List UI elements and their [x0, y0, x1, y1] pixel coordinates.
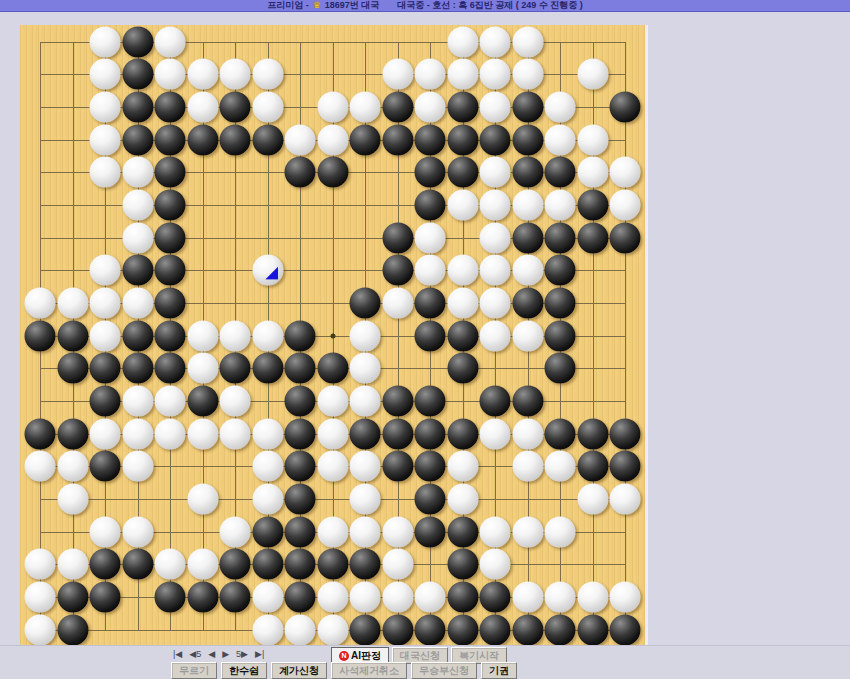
black-stone	[382, 614, 413, 645]
black-stone	[155, 157, 186, 188]
black-stone	[155, 124, 186, 155]
black-stone	[480, 124, 511, 155]
button-label: 계가신청	[279, 664, 319, 678]
black-stone	[512, 91, 543, 122]
white-stone	[512, 59, 543, 90]
white-stone	[317, 451, 348, 482]
white-stone	[480, 222, 511, 253]
white-stone	[545, 451, 576, 482]
white-stone	[317, 614, 348, 645]
white-stone	[545, 124, 576, 155]
white-stone	[610, 581, 641, 612]
black-stone	[545, 157, 576, 188]
white-stone	[447, 287, 478, 318]
black-stone	[415, 189, 446, 220]
black-stone	[610, 418, 641, 449]
white-stone	[382, 581, 413, 612]
black-stone	[350, 614, 381, 645]
white-stone	[610, 483, 641, 514]
black-stone	[382, 451, 413, 482]
black-stone	[155, 320, 186, 351]
black-stone	[285, 516, 316, 547]
white-stone	[480, 549, 511, 580]
black-stone	[512, 157, 543, 188]
black-stone	[447, 91, 478, 122]
white-stone	[317, 418, 348, 449]
white-stone	[480, 516, 511, 547]
white-stone	[25, 614, 56, 645]
white-stone	[382, 287, 413, 318]
black-stone	[415, 516, 446, 547]
white-stone	[415, 59, 446, 90]
black-stone	[415, 483, 446, 514]
white-stone	[545, 189, 576, 220]
white-stone	[90, 287, 121, 318]
white-stone	[577, 59, 608, 90]
black-stone	[447, 353, 478, 384]
nav-first[interactable]: |◀	[173, 649, 182, 659]
button-label: AI판정	[351, 649, 381, 663]
black-stone	[480, 581, 511, 612]
white-stone	[512, 189, 543, 220]
black-stone	[382, 124, 413, 155]
black-stone	[317, 549, 348, 580]
white-stone	[480, 157, 511, 188]
button-label: 한수쉼	[229, 664, 259, 678]
white-stone	[350, 353, 381, 384]
black-stone	[252, 353, 283, 384]
white-stone	[350, 385, 381, 416]
white-stone	[25, 451, 56, 482]
white-stone	[252, 91, 283, 122]
black-stone	[90, 581, 121, 612]
star-point	[330, 333, 335, 338]
white-stone	[155, 549, 186, 580]
white-stone	[577, 581, 608, 612]
black-stone	[122, 26, 153, 57]
black-stone	[285, 549, 316, 580]
white-stone	[415, 581, 446, 612]
white-stone	[122, 516, 153, 547]
white-stone	[25, 549, 56, 580]
white-stone	[610, 157, 641, 188]
black-stone	[447, 549, 478, 580]
black-stone	[512, 222, 543, 253]
white-stone	[350, 91, 381, 122]
black-stone	[545, 614, 576, 645]
white-stone	[187, 91, 218, 122]
btn-resign[interactable]: 기권	[481, 662, 517, 679]
black-stone	[57, 581, 88, 612]
go-board[interactable]	[20, 25, 648, 649]
black-stone	[512, 287, 543, 318]
black-stone	[415, 614, 446, 645]
black-stone	[155, 222, 186, 253]
nav-forward-5[interactable]: 5▶	[236, 649, 248, 659]
white-stone	[415, 222, 446, 253]
white-stone	[350, 516, 381, 547]
white-stone	[317, 516, 348, 547]
button-row-bottom: 무르기한수쉼계가신청사석제거취소무승부신청기권	[171, 662, 517, 679]
white-stone	[90, 320, 121, 351]
white-stone	[577, 124, 608, 155]
white-stone	[187, 353, 218, 384]
black-stone	[155, 287, 186, 318]
black-stone	[610, 451, 641, 482]
black-stone	[155, 353, 186, 384]
black-stone	[577, 189, 608, 220]
white-stone	[512, 451, 543, 482]
white-stone	[512, 26, 543, 57]
white-stone	[252, 581, 283, 612]
black-stone	[415, 451, 446, 482]
black-stone	[350, 287, 381, 318]
new-badge-icon: N	[339, 651, 349, 661]
black-stone	[350, 418, 381, 449]
white-stone	[545, 91, 576, 122]
black-stone	[447, 516, 478, 547]
white-stone	[512, 418, 543, 449]
black-stone	[350, 124, 381, 155]
white-stone	[545, 516, 576, 547]
black-stone	[610, 614, 641, 645]
black-stone	[447, 418, 478, 449]
black-stone	[252, 516, 283, 547]
white-stone	[252, 418, 283, 449]
black-stone	[285, 320, 316, 351]
black-stone	[545, 222, 576, 253]
black-stone	[122, 255, 153, 286]
white-stone	[350, 451, 381, 482]
move-navigation: |◀◀5◀▶5▶▶|	[173, 649, 264, 659]
white-stone	[252, 451, 283, 482]
white-stone	[480, 320, 511, 351]
black-stone	[512, 385, 543, 416]
black-stone	[447, 320, 478, 351]
white-stone	[57, 451, 88, 482]
white-stone	[90, 157, 121, 188]
black-stone	[545, 418, 576, 449]
white-stone	[577, 483, 608, 514]
white-stone	[90, 516, 121, 547]
black-stone	[25, 418, 56, 449]
white-stone	[577, 157, 608, 188]
white-stone	[317, 385, 348, 416]
white-stone	[187, 483, 218, 514]
black-stone	[285, 353, 316, 384]
white-stone	[480, 59, 511, 90]
white-stone	[122, 287, 153, 318]
white-stone	[25, 581, 56, 612]
white-stone	[90, 26, 121, 57]
white-stone	[90, 59, 121, 90]
button-label: 복기시작	[459, 649, 499, 663]
black-stone	[25, 320, 56, 351]
black-stone	[317, 353, 348, 384]
white-stone	[285, 614, 316, 645]
white-stone	[155, 26, 186, 57]
white-stone	[447, 451, 478, 482]
white-stone	[57, 549, 88, 580]
black-stone	[90, 549, 121, 580]
white-stone	[122, 451, 153, 482]
black-stone	[382, 91, 413, 122]
black-stone	[122, 59, 153, 90]
nav-forward[interactable]: ▶	[222, 649, 229, 659]
button-label: 기권	[489, 664, 509, 678]
black-stone	[122, 124, 153, 155]
black-stone	[545, 320, 576, 351]
white-stone	[252, 59, 283, 90]
white-stone	[90, 418, 121, 449]
white-stone	[90, 124, 121, 155]
btn-pass[interactable]: 한수쉼	[221, 662, 267, 679]
black-stone	[382, 385, 413, 416]
black-stone	[252, 549, 283, 580]
white-stone	[480, 287, 511, 318]
black-stone	[545, 255, 576, 286]
white-stone	[252, 614, 283, 645]
grid-line-v	[625, 42, 626, 630]
control-bar: |◀◀5◀▶5▶▶| NAI판정대국신청복기시작 무르기한수쉼계가신청사석제거취…	[0, 645, 850, 679]
black-stone	[155, 581, 186, 612]
white-stone	[480, 91, 511, 122]
black-stone	[220, 549, 251, 580]
black-stone	[480, 385, 511, 416]
white-stone	[90, 255, 121, 286]
game-status-label: 대국중 - 호선 : 흑 6집반 공제 ( 249 수 진행중 )	[397, 0, 583, 11]
black-stone	[350, 549, 381, 580]
white-stone	[350, 320, 381, 351]
black-stone	[252, 124, 283, 155]
black-stone	[122, 91, 153, 122]
black-stone	[382, 418, 413, 449]
white-stone	[57, 483, 88, 514]
white-stone	[122, 222, 153, 253]
white-stone	[317, 124, 348, 155]
black-stone	[577, 222, 608, 253]
white-stone	[447, 189, 478, 220]
white-stone	[382, 549, 413, 580]
black-stone	[415, 157, 446, 188]
button-label: 대국신청	[400, 649, 440, 663]
white-stone	[447, 483, 478, 514]
white-stone	[220, 320, 251, 351]
white-stone	[512, 255, 543, 286]
white-stone	[57, 287, 88, 318]
button-label: 무승부신청	[419, 664, 469, 678]
white-stone	[382, 59, 413, 90]
white-stone	[447, 26, 478, 57]
button-label: 무르기	[179, 664, 209, 678]
black-stone	[480, 614, 511, 645]
black-stone	[577, 614, 608, 645]
btn-count-request[interactable]: 계가신청	[271, 662, 327, 679]
white-stone	[610, 189, 641, 220]
black-stone	[285, 451, 316, 482]
game-number-label: 18697번 대국	[325, 0, 380, 11]
white-stone	[447, 255, 478, 286]
white-stone	[220, 59, 251, 90]
white-stone	[415, 91, 446, 122]
white-stone	[187, 59, 218, 90]
black-stone	[610, 91, 641, 122]
last-move-stone	[252, 255, 283, 286]
black-stone	[610, 222, 641, 253]
black-stone	[447, 614, 478, 645]
black-stone	[220, 581, 251, 612]
white-stone	[220, 385, 251, 416]
black-stone	[447, 157, 478, 188]
black-stone	[90, 451, 121, 482]
black-stone	[577, 418, 608, 449]
black-stone	[90, 385, 121, 416]
last-move-marker-icon	[265, 267, 278, 280]
white-stone	[512, 320, 543, 351]
black-stone	[90, 353, 121, 384]
nav-back-5[interactable]: ◀5	[189, 649, 201, 659]
white-stone	[480, 418, 511, 449]
white-stone	[187, 320, 218, 351]
black-stone	[317, 157, 348, 188]
black-stone	[57, 614, 88, 645]
white-stone	[122, 157, 153, 188]
black-stone	[220, 91, 251, 122]
black-stone	[285, 418, 316, 449]
white-stone	[155, 59, 186, 90]
black-stone	[187, 124, 218, 155]
black-stone	[187, 581, 218, 612]
black-stone	[382, 222, 413, 253]
white-stone	[512, 516, 543, 547]
black-stone	[57, 418, 88, 449]
black-stone	[187, 385, 218, 416]
white-stone	[350, 581, 381, 612]
black-stone	[122, 320, 153, 351]
btn-dead-stone-cancel[interactable]: 사석제거취소	[331, 662, 407, 679]
black-stone	[285, 157, 316, 188]
white-stone	[25, 287, 56, 318]
white-stone	[252, 483, 283, 514]
black-stone	[415, 287, 446, 318]
black-stone	[415, 320, 446, 351]
black-stone	[122, 549, 153, 580]
title-bar: 프리미엄 - ♛ 18697번 대국 대국중 - 호선 : 흑 6집반 공제 (…	[0, 0, 850, 12]
premium-label: 프리미엄 -	[267, 0, 309, 11]
white-stone	[382, 516, 413, 547]
black-stone	[512, 124, 543, 155]
black-stone	[447, 581, 478, 612]
white-stone	[447, 59, 478, 90]
black-stone	[415, 124, 446, 155]
black-stone	[512, 614, 543, 645]
white-stone	[415, 255, 446, 286]
btn-undo[interactable]: 무르기	[171, 662, 217, 679]
white-stone	[220, 418, 251, 449]
white-stone	[252, 320, 283, 351]
black-stone	[155, 255, 186, 286]
white-stone	[480, 189, 511, 220]
black-stone	[415, 418, 446, 449]
black-stone	[382, 255, 413, 286]
black-stone	[577, 451, 608, 482]
white-stone	[122, 418, 153, 449]
white-stone	[317, 581, 348, 612]
white-stone	[155, 418, 186, 449]
black-stone	[57, 353, 88, 384]
black-stone	[122, 353, 153, 384]
premium-crown-icon: ♛	[313, 0, 321, 11]
black-stone	[447, 124, 478, 155]
white-stone	[90, 91, 121, 122]
white-stone	[122, 189, 153, 220]
black-stone	[155, 91, 186, 122]
black-stone	[220, 353, 251, 384]
white-stone	[350, 483, 381, 514]
black-stone	[57, 320, 88, 351]
white-stone	[512, 581, 543, 612]
button-label: 사석제거취소	[339, 664, 399, 678]
black-stone	[285, 385, 316, 416]
white-stone	[155, 385, 186, 416]
white-stone	[187, 549, 218, 580]
black-stone	[285, 581, 316, 612]
nav-back[interactable]: ◀	[208, 649, 215, 659]
black-stone	[545, 353, 576, 384]
white-stone	[187, 418, 218, 449]
grid-line-h	[40, 499, 625, 500]
white-stone	[480, 26, 511, 57]
black-stone	[415, 385, 446, 416]
btn-draw-request[interactable]: 무승부신청	[411, 662, 477, 679]
white-stone	[545, 581, 576, 612]
nav-last[interactable]: ▶|	[255, 649, 264, 659]
white-stone	[317, 91, 348, 122]
white-stone	[285, 124, 316, 155]
black-stone	[155, 189, 186, 220]
black-stone	[545, 287, 576, 318]
white-stone	[220, 516, 251, 547]
white-stone	[122, 385, 153, 416]
black-stone	[220, 124, 251, 155]
black-stone	[285, 483, 316, 514]
white-stone	[480, 255, 511, 286]
